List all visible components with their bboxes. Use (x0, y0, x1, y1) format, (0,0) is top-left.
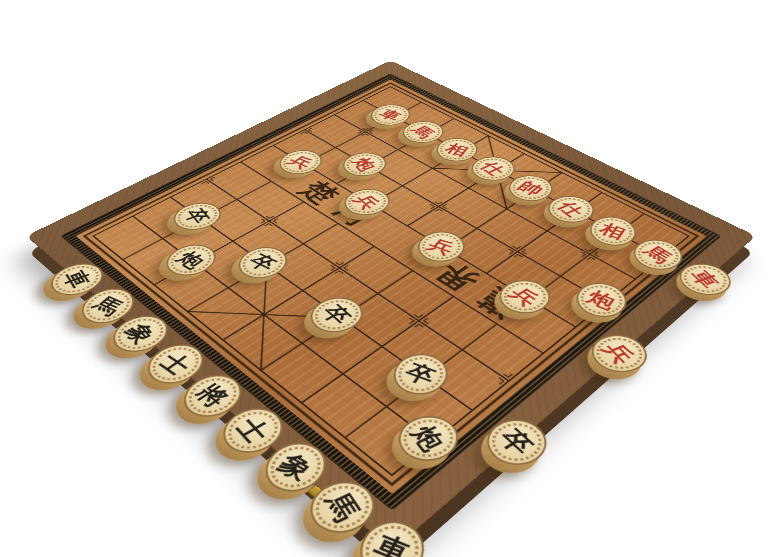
piece-black-soldier[interactable]: 卒 (382, 347, 460, 403)
piece-glyph: 帥 (515, 179, 547, 198)
piece-body (222, 246, 291, 290)
piece-glyph: 相 (443, 142, 471, 158)
piece-glyph: 兵 (351, 192, 383, 211)
piece-glyph: 馬 (408, 124, 438, 140)
piece-glyph: 炮 (349, 156, 379, 173)
piece-glyph: 卒 (245, 251, 280, 273)
piece-glyph: 卒 (182, 206, 214, 226)
piece-black-soldier[interactable]: 卒 (229, 241, 298, 285)
piece-face: 卒 (301, 291, 373, 340)
piece-red-soldier[interactable]: 兵 (335, 184, 398, 221)
piece-face: 卒 (229, 241, 297, 284)
piece-black-soldier[interactable]: 卒 (300, 291, 373, 340)
piece-glyph: 相 (597, 221, 629, 241)
xiangqi-board: 楚河 漢界 車馬相仕帥仕相馬車炮炮兵兵兵兵兵卒卒卒卒卒炮炮車馬象士將士象馬車 (26, 60, 756, 550)
photo-background: 楚河 漢界 車馬相仕帥仕相馬車炮炮兵兵兵兵兵卒卒卒卒卒炮炮車馬象士將士象馬車 (0, 0, 776, 557)
piece-glyph: 卒 (402, 360, 440, 388)
piece-body (375, 353, 453, 410)
piece-glyph: 車 (376, 107, 405, 122)
piece-glyph: 仕 (554, 199, 587, 218)
piece-red-soldier[interactable]: 兵 (489, 273, 560, 320)
piece-black-cannon[interactable]: 炮 (157, 239, 226, 282)
piece-red-cannon[interactable]: 炮 (334, 148, 394, 182)
piece-glyph: 仕 (477, 160, 508, 177)
scene: 楚河 漢界 車馬相仕帥仕相馬車炮炮兵兵兵兵兵卒卒卒卒卒炮炮車馬象士將士象馬車 (0, 0, 776, 557)
piece-glyph: 兵 (285, 153, 316, 170)
piece-glyph: 卒 (318, 302, 355, 327)
piece-body (294, 296, 367, 346)
